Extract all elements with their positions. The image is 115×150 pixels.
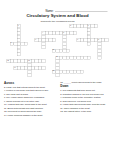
clue-item: 10. Vessels that carry blood back to the… — [4, 103, 55, 106]
crossword-cell[interactable] — [87, 42, 91, 46]
crossword-cell[interactable] — [80, 70, 84, 74]
name-label: Name: — [45, 9, 53, 12]
worksheet-page: Name: Circulatory System and Blood Compl… — [0, 0, 115, 150]
clue-number: 2 — [70, 25, 71, 27]
down-column: 15. ______ circuit carries blood to the … — [60, 81, 111, 117]
across-overflow-list: 15. ______ circuit carries blood to the … — [60, 81, 111, 84]
clue-item: 9. Throb of blood felt in an artery wall — [4, 100, 55, 103]
across-column: Across 2. Large vein that returns blood … — [4, 81, 55, 117]
clue-number: 3 — [88, 25, 89, 27]
crossword-cell[interactable] — [42, 46, 46, 50]
clue-number: 13 — [28, 60, 29, 62]
clue-number: 7 — [77, 39, 78, 41]
clue-item: 11. Upper chamber of the heart — [60, 107, 111, 110]
clue-item: 11. Blood proteins that help fight infec… — [4, 107, 55, 110]
crossword-cell[interactable] — [105, 39, 109, 43]
crossword-cell[interactable] — [94, 25, 98, 29]
clue-number: 15 — [53, 70, 54, 72]
clue-item: 15. ______ circuit carries blood to the … — [60, 81, 111, 84]
clue-item: 13. The largest artery in the body — [60, 110, 111, 113]
clue-number: 9 — [11, 42, 12, 44]
clue-number: 1 — [18, 25, 19, 27]
across-header: Across — [4, 81, 55, 85]
crossword-grid: 123456789101112131415 — [7, 25, 109, 78]
clue-item: 3. Condition caused by too few red blood… — [60, 93, 111, 96]
clue-item: 14. Lower pumping chamber of the heart — [4, 114, 55, 117]
crossword-cell[interactable] — [17, 53, 21, 57]
page-title: Circulatory System and Blood — [0, 14, 115, 19]
clue-item: 1. Cell fragments that help blood clot — [60, 89, 111, 92]
clue-item: 4. Protein in red blood cells that carri… — [4, 89, 55, 92]
crossword-cell[interactable] — [28, 74, 32, 78]
clue-item: 7. Tiny vessel where gases are exchanged — [4, 96, 55, 99]
clues-section: Across 2. Large vein that returns blood … — [0, 77, 115, 117]
down-header: Down — [60, 85, 111, 89]
clue-number: 6 — [35, 39, 36, 41]
clue-number: 11 — [56, 56, 57, 58]
clue-number: 12 — [7, 60, 8, 62]
clue-item: 2. Large vein that returns blood to the … — [4, 86, 55, 89]
name-blank-line[interactable] — [55, 9, 108, 13]
crossword-cell[interactable] — [42, 67, 46, 71]
clue-number: 4 — [42, 32, 43, 34]
clue-item: 8. Vessel that carries blood away from t… — [60, 103, 111, 106]
page-subtitle: Complete the crossword below — [0, 19, 115, 22]
crossword-cell[interactable] — [73, 32, 77, 36]
clue-number: 10 — [53, 49, 54, 51]
across-clue-list: 2. Large vein that returns blood to the … — [4, 86, 55, 117]
crossword-cell[interactable] — [66, 49, 70, 53]
crossword-cell[interactable] — [52, 39, 56, 43]
clue-item: 4. Muscular pump of the circulatory syst… — [60, 96, 111, 99]
crossword-cell[interactable] — [56, 74, 60, 78]
crossword-cell[interactable] — [42, 60, 46, 64]
crossword-cell[interactable] — [87, 56, 91, 60]
name-row: Name: — [0, 0, 115, 12]
crossword-cell[interactable] — [98, 56, 102, 60]
clue-item: 6. The liquid part of blood — [4, 93, 55, 96]
crossword-cell[interactable] — [24, 42, 28, 46]
clue-number: 8 — [98, 39, 99, 41]
clue-number: 14 — [14, 67, 15, 69]
clue-number: 5 — [63, 32, 64, 34]
clue-item: 12. Movement of blood around the body — [4, 110, 55, 113]
down-clue-list: 1. Cell fragments that help blood clot3.… — [60, 89, 111, 113]
block-cell — [105, 74, 109, 78]
clue-item: 5. Gas carried by red blood cells — [60, 100, 111, 103]
